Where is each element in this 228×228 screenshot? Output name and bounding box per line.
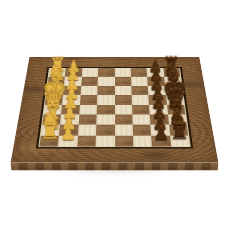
square-e4 bbox=[97, 94, 114, 104]
square-f6 bbox=[131, 85, 148, 94]
square-e5 bbox=[114, 94, 131, 104]
black-pawn-a7: ♟ bbox=[152, 124, 168, 142]
product-photo: ♜♟♟♜♞♟♟♞♝♟♟♝♚♟♟♚♛♟♟♛♝♟♟♝♞♟♟♞♜♟♟♜ bbox=[0, 0, 228, 228]
square-e6 bbox=[131, 94, 149, 104]
square-g7 bbox=[147, 76, 164, 85]
square-h6 bbox=[130, 68, 147, 77]
board-front-edge bbox=[10, 162, 218, 170]
white-rook-a1: ♜ bbox=[39, 121, 59, 143]
square-g2 bbox=[64, 76, 81, 85]
square-g5 bbox=[114, 76, 131, 85]
square-g6 bbox=[130, 76, 147, 85]
square-e3 bbox=[79, 94, 97, 104]
square-h5 bbox=[114, 68, 130, 77]
black-rook-a8: ♜ bbox=[169, 121, 189, 143]
white-pawn-a2: ♟ bbox=[59, 124, 75, 142]
square-h8 bbox=[162, 68, 179, 77]
square-h1 bbox=[48, 68, 65, 77]
square-g3 bbox=[81, 76, 98, 85]
chess-board: ♜♟♟♜♞♟♟♞♝♟♟♝♚♟♟♚♛♟♟♛♝♟♟♝♞♟♟♞♜♟♟♜ bbox=[10, 56, 218, 162]
square-f3 bbox=[80, 85, 97, 94]
square-h3 bbox=[81, 68, 98, 77]
square-h7 bbox=[146, 68, 163, 77]
square-g4 bbox=[97, 76, 114, 85]
square-h4 bbox=[98, 68, 114, 77]
square-h2 bbox=[65, 68, 82, 77]
square-f4 bbox=[97, 85, 114, 94]
square-f5 bbox=[114, 85, 131, 94]
